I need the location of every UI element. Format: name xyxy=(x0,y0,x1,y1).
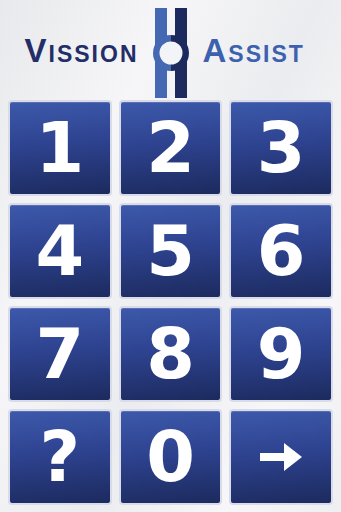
brand-assist: ASSIST xyxy=(193,34,341,67)
key-9[interactable]: 9 xyxy=(229,306,333,402)
keypad: 1 2 3 4 5 6 7 8 9 ? 0 xyxy=(0,100,341,505)
key-7[interactable]: 7 xyxy=(8,306,112,402)
key-2[interactable]: 2 xyxy=(119,100,223,196)
brand-vission-initial: V xyxy=(25,34,49,67)
brand-assist-rest: SSIST xyxy=(228,43,304,66)
split-ring-logo-icon xyxy=(149,7,193,99)
header: VISSION ASSIST xyxy=(0,0,341,100)
brand-assist-initial: A xyxy=(203,34,229,67)
key-enter[interactable] xyxy=(229,409,333,505)
brand-vission: VISSION xyxy=(0,34,149,67)
key-4[interactable]: 4 xyxy=(8,203,112,299)
key-8[interactable]: 8 xyxy=(119,306,223,402)
key-6[interactable]: 6 xyxy=(229,203,333,299)
key-question[interactable]: ? xyxy=(8,409,112,505)
brand-vission-rest: ISSION xyxy=(49,43,139,66)
key-1[interactable]: 1 xyxy=(8,100,112,196)
key-0[interactable]: 0 xyxy=(119,409,223,505)
key-5[interactable]: 5 xyxy=(119,203,223,299)
app-screen: VISSION ASSIST 1 2 3 4 5 6 7 8 9 ? 0 xyxy=(0,0,341,512)
key-3[interactable]: 3 xyxy=(229,100,333,196)
arrow-right-icon xyxy=(260,441,302,473)
